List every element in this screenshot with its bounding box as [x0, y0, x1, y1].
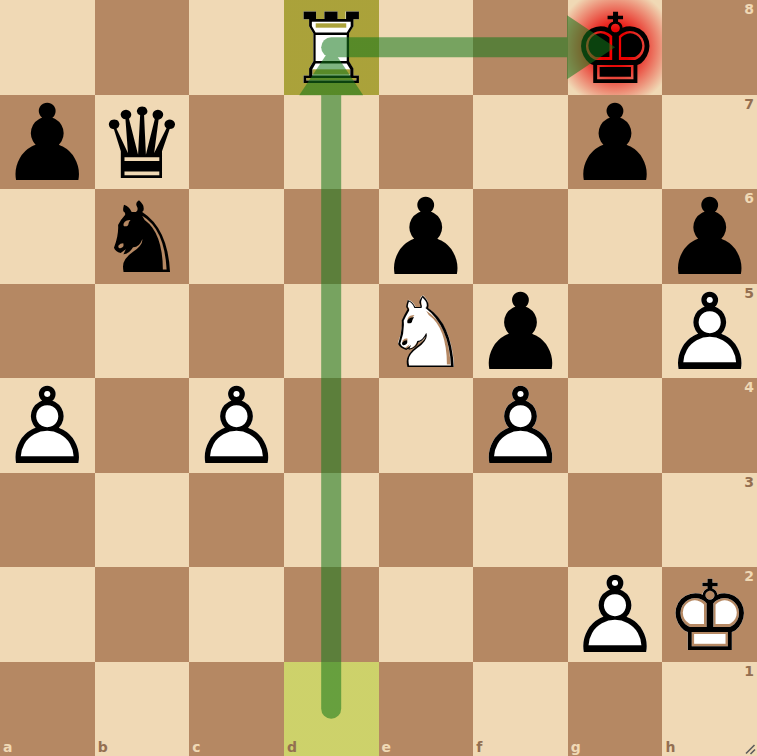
- piece-black-pawn-f5[interactable]: ♟: [473, 284, 568, 379]
- piece-black-pawn-a7[interactable]: ♟: [0, 95, 95, 190]
- piece-black-pawn-g7[interactable]: ♟: [568, 95, 663, 190]
- white-pawn-outline-glyph: ♙: [189, 380, 284, 475]
- piece-black-queen-b7[interactable]: ♛: [95, 95, 190, 190]
- piece-black-king-g8[interactable]: ♚: [568, 0, 663, 95]
- black-pawn-glyph: ♟: [568, 97, 663, 192]
- chess-board: 8765432abcdefgh1 ♜♖♚♟♛♟♞♟♟♞♘♟♟♙♟♙♟♙♟♙♟♙♚…: [0, 0, 757, 756]
- white-rook-outline-glyph: ♖: [284, 2, 379, 97]
- white-pawn-outline-glyph: ♙: [473, 380, 568, 475]
- piece-white-pawn-f4[interactable]: ♟♙: [473, 378, 568, 473]
- board-resize-handle-icon[interactable]: [744, 743, 756, 755]
- piece-white-pawn-a4[interactable]: ♟♙: [0, 378, 95, 473]
- black-pawn-glyph: ♟: [0, 97, 95, 192]
- black-queen-glyph: ♛: [95, 97, 190, 192]
- piece-white-king-h2[interactable]: ♚♔: [662, 567, 757, 662]
- piece-white-pawn-g2[interactable]: ♟♙: [568, 567, 663, 662]
- white-king-outline-glyph: ♔: [662, 569, 757, 664]
- piece-white-knight-e5[interactable]: ♞♘: [379, 284, 474, 379]
- white-pawn-outline-glyph: ♙: [0, 380, 95, 475]
- piece-white-pawn-h5[interactable]: ♟♙: [662, 284, 757, 379]
- white-pawn-outline-glyph: ♙: [662, 286, 757, 381]
- piece-black-knight-b6[interactable]: ♞: [95, 189, 190, 284]
- piece-white-pawn-c4[interactable]: ♟♙: [189, 378, 284, 473]
- black-pawn-glyph: ♟: [379, 191, 474, 286]
- white-pawn-outline-glyph: ♙: [568, 569, 663, 664]
- black-knight-glyph: ♞: [95, 191, 190, 286]
- board-pieces: ♜♖♚♟♛♟♞♟♟♞♘♟♟♙♟♙♟♙♟♙♟♙♚♔: [0, 0, 757, 756]
- piece-black-pawn-h6[interactable]: ♟: [662, 189, 757, 284]
- white-knight-outline-glyph: ♘: [379, 286, 474, 381]
- piece-black-pawn-e6[interactable]: ♟: [379, 189, 474, 284]
- piece-white-rook-d8[interactable]: ♜♖: [284, 0, 379, 95]
